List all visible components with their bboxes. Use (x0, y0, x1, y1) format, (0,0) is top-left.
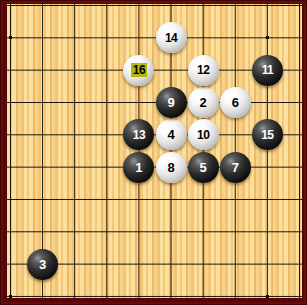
stone-black-11[interactable]: 11 (252, 55, 283, 86)
stone-white-14[interactable]: 14 (156, 22, 187, 53)
move-number: 16 (131, 63, 147, 77)
stone-white-2[interactable]: 2 (188, 87, 219, 118)
star-point (9, 36, 12, 39)
move-number: 2 (200, 96, 207, 109)
move-number: 5 (200, 161, 207, 174)
star-point (9, 295, 12, 298)
move-number: 7 (232, 161, 239, 174)
stone-black-15[interactable]: 15 (252, 119, 283, 150)
move-number: 8 (167, 161, 174, 174)
stone-black-3[interactable]: 3 (27, 249, 58, 280)
move-number: 11 (262, 64, 274, 76)
move-number: 14 (165, 32, 177, 44)
move-number: 12 (197, 64, 209, 76)
stone-white-8[interactable]: 8 (156, 152, 187, 183)
stone-white-6[interactable]: 6 (220, 87, 251, 118)
move-number: 13 (133, 129, 145, 141)
move-number: 6 (232, 96, 239, 109)
stone-white-10[interactable]: 10 (188, 119, 219, 150)
move-number: 1 (135, 161, 142, 174)
gomoku-board[interactable]: 12345678910111213141516 (7, 4, 302, 298)
stone-white-4[interactable]: 4 (156, 119, 187, 150)
move-number: 10 (197, 129, 209, 141)
board-grid: 12345678910111213141516 (10, 5, 302, 298)
star-point (266, 36, 269, 39)
move-number: 9 (167, 96, 174, 109)
stone-black-7[interactable]: 7 (220, 152, 251, 183)
move-number: 3 (39, 258, 46, 271)
stone-black-5[interactable]: 5 (188, 152, 219, 183)
stone-black-1[interactable]: 1 (123, 152, 154, 183)
goban-frame: 12345678910111213141516 (0, 0, 307, 305)
stone-black-9[interactable]: 9 (156, 87, 187, 118)
stone-white-12[interactable]: 12 (188, 55, 219, 86)
stone-white-16[interactable]: 16 (123, 55, 154, 86)
move-number: 15 (261, 129, 273, 141)
stone-black-13[interactable]: 13 (123, 119, 154, 150)
move-number: 4 (167, 128, 174, 141)
star-point (266, 295, 269, 298)
